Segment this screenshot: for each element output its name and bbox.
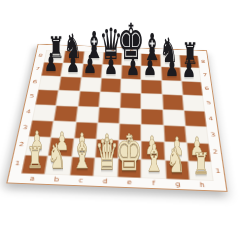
white-knight-b1[interactable]: ♞ bbox=[47, 143, 66, 170]
black-pawn-c7[interactable]: ♟ bbox=[83, 54, 97, 74]
black-pawn-b7[interactable]: ♟ bbox=[66, 54, 80, 74]
black-pawn-d7[interactable]: ♟ bbox=[104, 55, 118, 75]
white-bishop-c1[interactable]: ♝ bbox=[72, 142, 93, 171]
white-rook-a1[interactable]: ♜ bbox=[27, 146, 44, 169]
white-king-e1[interactable]: ♚ bbox=[115, 134, 143, 173]
black-pawn-h7[interactable]: ♟ bbox=[182, 58, 196, 78]
white-rook-h1[interactable]: ♜ bbox=[192, 152, 209, 175]
black-pawn-a7[interactable]: ♟ bbox=[44, 53, 58, 73]
black-pawn-e7[interactable]: ♟ bbox=[126, 56, 140, 76]
chess-set-photo: abcdefgh 87654321 87654321 abcdefgh ♜♞♝♛… bbox=[0, 0, 240, 240]
black-pawn-f7[interactable]: ♟ bbox=[143, 57, 157, 77]
white-knight-g1[interactable]: ♞ bbox=[166, 148, 185, 175]
white-bishop-f1[interactable]: ♝ bbox=[144, 145, 165, 174]
black-pawn-g7[interactable]: ♟ bbox=[165, 58, 179, 78]
pieces-layer: ♜♞♝♛♚♝♞♜♟♟♟♟♟♟♟♟♟♟♟♟♟♟♟♟♜♞♝♛♚♝♞♜ bbox=[0, 0, 240, 240]
